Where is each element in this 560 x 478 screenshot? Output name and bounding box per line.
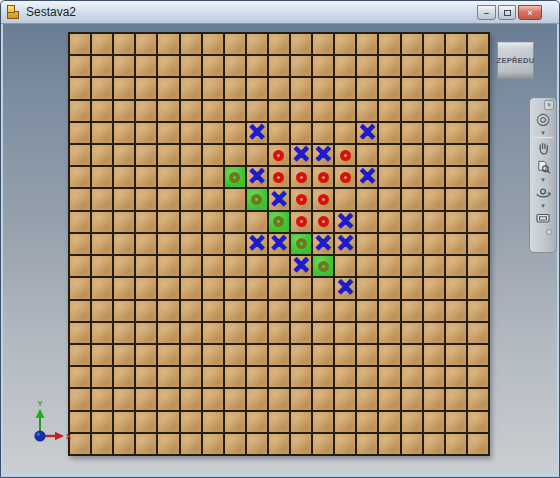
cell-r7-c0[interactable]	[70, 189, 90, 209]
cell-r6-c8[interactable]: ×	[247, 167, 267, 187]
cell-r17-c4[interactable]	[158, 412, 178, 432]
cell-r6-c18[interactable]	[468, 167, 488, 187]
cell-r15-c14[interactable]	[379, 367, 399, 387]
model-viewport[interactable]: ×××××××××××××× ZEPŘEDU × ◎ ▾	[3, 24, 557, 474]
cell-r3-c2[interactable]	[114, 101, 134, 121]
cell-r15-c12[interactable]	[335, 367, 355, 387]
cell-r15-c9[interactable]	[269, 367, 289, 387]
cell-r11-c16[interactable]	[424, 278, 444, 298]
cell-r14-c4[interactable]	[158, 345, 178, 365]
cell-r18-c8[interactable]	[247, 434, 267, 454]
cell-r7-c3[interactable]	[136, 189, 156, 209]
cell-r15-c2[interactable]	[114, 367, 134, 387]
cell-r14-c7[interactable]	[225, 345, 245, 365]
cell-r2-c10[interactable]	[291, 78, 311, 98]
cell-r11-c8[interactable]	[247, 278, 267, 298]
cell-r0-c17[interactable]	[446, 34, 466, 54]
cell-r11-c1[interactable]	[92, 278, 112, 298]
cell-r4-c8[interactable]: ×	[247, 123, 267, 143]
cell-r14-c2[interactable]	[114, 345, 134, 365]
cell-r14-c1[interactable]	[92, 345, 112, 365]
cell-r0-c0[interactable]	[70, 34, 90, 54]
cell-r10-c5[interactable]	[181, 256, 201, 276]
cell-r8-c17[interactable]	[446, 212, 466, 232]
cell-r2-c18[interactable]	[468, 78, 488, 98]
pan-button[interactable]	[532, 139, 554, 157]
cell-r10-c9[interactable]	[269, 256, 289, 276]
cell-r4-c3[interactable]	[136, 123, 156, 143]
cell-r10-c15[interactable]	[402, 256, 422, 276]
cell-r16-c5[interactable]	[181, 389, 201, 409]
cell-r3-c3[interactable]	[136, 101, 156, 121]
cell-r9-c4[interactable]	[158, 234, 178, 254]
cell-r6-c9[interactable]	[269, 167, 289, 187]
cell-r10-c14[interactable]	[379, 256, 399, 276]
cell-r11-c3[interactable]	[136, 278, 156, 298]
cell-r8-c4[interactable]	[158, 212, 178, 232]
cell-r2-c0[interactable]	[70, 78, 90, 98]
cell-r2-c12[interactable]	[335, 78, 355, 98]
cell-r4-c18[interactable]	[468, 123, 488, 143]
cell-r6-c4[interactable]	[158, 167, 178, 187]
cell-r18-c14[interactable]	[379, 434, 399, 454]
cell-r3-c5[interactable]	[181, 101, 201, 121]
cell-r1-c3[interactable]	[136, 56, 156, 76]
cell-r6-c11[interactable]	[313, 167, 333, 187]
cell-r9-c6[interactable]	[203, 234, 223, 254]
cell-r7-c9[interactable]: ×	[269, 189, 289, 209]
cell-r13-c10[interactable]	[291, 323, 311, 343]
cell-r16-c0[interactable]	[70, 389, 90, 409]
cell-r2-c9[interactable]	[269, 78, 289, 98]
cell-r16-c8[interactable]	[247, 389, 267, 409]
cell-r1-c10[interactable]	[291, 56, 311, 76]
cell-r0-c18[interactable]	[468, 34, 488, 54]
cell-r16-c14[interactable]	[379, 389, 399, 409]
cell-r11-c13[interactable]	[357, 278, 377, 298]
cell-r3-c16[interactable]	[424, 101, 444, 121]
cell-r14-c6[interactable]	[203, 345, 223, 365]
cell-r18-c18[interactable]	[468, 434, 488, 454]
cell-r0-c4[interactable]	[158, 34, 178, 54]
cell-r17-c9[interactable]	[269, 412, 289, 432]
cell-r17-c15[interactable]	[402, 412, 422, 432]
cell-r17-c13[interactable]	[357, 412, 377, 432]
cell-r8-c12[interactable]: ×	[335, 212, 355, 232]
cell-r1-c0[interactable]	[70, 56, 90, 76]
cell-r0-c8[interactable]	[247, 34, 267, 54]
cell-r9-c17[interactable]	[446, 234, 466, 254]
cell-r5-c18[interactable]	[468, 145, 488, 165]
cell-r11-c5[interactable]	[181, 278, 201, 298]
cell-r12-c17[interactable]	[446, 301, 466, 321]
cell-r16-c7[interactable]	[225, 389, 245, 409]
cell-r11-c11[interactable]	[313, 278, 333, 298]
cell-r12-c10[interactable]	[291, 301, 311, 321]
cell-r11-c10[interactable]	[291, 278, 311, 298]
cell-r16-c6[interactable]	[203, 389, 223, 409]
cell-r0-c9[interactable]	[269, 34, 289, 54]
cell-r10-c12[interactable]	[335, 256, 355, 276]
cell-r13-c4[interactable]	[158, 323, 178, 343]
cell-r5-c6[interactable]	[203, 145, 223, 165]
cell-r13-c13[interactable]	[357, 323, 377, 343]
cell-r17-c3[interactable]	[136, 412, 156, 432]
cell-r5-c5[interactable]	[181, 145, 201, 165]
cell-r11-c6[interactable]	[203, 278, 223, 298]
cell-r1-c16[interactable]	[424, 56, 444, 76]
cell-r4-c1[interactable]	[92, 123, 112, 143]
cell-r4-c14[interactable]	[379, 123, 399, 143]
cell-r7-c10[interactable]	[291, 189, 311, 209]
cell-r15-c5[interactable]	[181, 367, 201, 387]
cell-r13-c3[interactable]	[136, 323, 156, 343]
cell-r6-c6[interactable]	[203, 167, 223, 187]
cell-r3-c1[interactable]	[92, 101, 112, 121]
cell-r14-c9[interactable]	[269, 345, 289, 365]
cell-r5-c17[interactable]	[446, 145, 466, 165]
cell-r1-c5[interactable]	[181, 56, 201, 76]
cell-r18-c7[interactable]	[225, 434, 245, 454]
cell-r8-c16[interactable]	[424, 212, 444, 232]
cell-r0-c11[interactable]	[313, 34, 333, 54]
cell-r2-c6[interactable]	[203, 78, 223, 98]
navbar-expand-handle[interactable]	[546, 229, 552, 235]
cell-r8-c13[interactable]	[357, 212, 377, 232]
cell-r16-c3[interactable]	[136, 389, 156, 409]
cell-r15-c0[interactable]	[70, 367, 90, 387]
cell-r1-c1[interactable]	[92, 56, 112, 76]
cell-r13-c12[interactable]	[335, 323, 355, 343]
cell-r10-c10[interactable]: ×	[291, 256, 311, 276]
cell-r7-c13[interactable]	[357, 189, 377, 209]
cell-r3-c14[interactable]	[379, 101, 399, 121]
cell-r9-c5[interactable]	[181, 234, 201, 254]
cell-r8-c15[interactable]	[402, 212, 422, 232]
cell-r18-c6[interactable]	[203, 434, 223, 454]
cell-r8-c3[interactable]	[136, 212, 156, 232]
cell-r4-c15[interactable]	[402, 123, 422, 143]
cell-r7-c7[interactable]	[225, 189, 245, 209]
cell-r9-c0[interactable]	[70, 234, 90, 254]
cell-r4-c17[interactable]	[446, 123, 466, 143]
cell-r3-c11[interactable]	[313, 101, 333, 121]
cell-r18-c17[interactable]	[446, 434, 466, 454]
cell-r15-c15[interactable]	[402, 367, 422, 387]
cell-r13-c0[interactable]	[70, 323, 90, 343]
cell-r0-c7[interactable]	[225, 34, 245, 54]
cell-r18-c16[interactable]	[424, 434, 444, 454]
cell-r3-c0[interactable]	[70, 101, 90, 121]
cell-r6-c10[interactable]	[291, 167, 311, 187]
cell-r10-c7[interactable]	[225, 256, 245, 276]
cell-r13-c1[interactable]	[92, 323, 112, 343]
cell-r0-c5[interactable]	[181, 34, 201, 54]
cell-r9-c2[interactable]	[114, 234, 134, 254]
cell-r10-c8[interactable]	[247, 256, 267, 276]
cell-r12-c12[interactable]	[335, 301, 355, 321]
cell-r17-c12[interactable]	[335, 412, 355, 432]
cell-r11-c15[interactable]	[402, 278, 422, 298]
cell-r12-c14[interactable]	[379, 301, 399, 321]
cell-r2-c1[interactable]	[92, 78, 112, 98]
cell-r2-c16[interactable]	[424, 78, 444, 98]
cell-r15-c13[interactable]	[357, 367, 377, 387]
cell-r2-c15[interactable]	[402, 78, 422, 98]
cell-r4-c10[interactable]	[291, 123, 311, 143]
view-cube[interactable]: ZEPŘEDU	[497, 42, 534, 79]
cell-r1-c14[interactable]	[379, 56, 399, 76]
cell-r0-c10[interactable]	[291, 34, 311, 54]
cell-r15-c1[interactable]	[92, 367, 112, 387]
minimize-button[interactable]: –	[477, 5, 496, 20]
cell-r17-c17[interactable]	[446, 412, 466, 432]
cell-r0-c12[interactable]	[335, 34, 355, 54]
cell-r3-c15[interactable]	[402, 101, 422, 121]
cell-r0-c1[interactable]	[92, 34, 112, 54]
cell-r2-c14[interactable]	[379, 78, 399, 98]
cell-r8-c14[interactable]	[379, 212, 399, 232]
cell-r14-c0[interactable]	[70, 345, 90, 365]
cell-r16-c2[interactable]	[114, 389, 134, 409]
cell-r17-c2[interactable]	[114, 412, 134, 432]
cell-r3-c7[interactable]	[225, 101, 245, 121]
cell-r9-c13[interactable]	[357, 234, 377, 254]
cell-r2-c3[interactable]	[136, 78, 156, 98]
cell-r3-c6[interactable]	[203, 101, 223, 121]
cell-r10-c18[interactable]	[468, 256, 488, 276]
cell-r12-c9[interactable]	[269, 301, 289, 321]
cell-r18-c0[interactable]	[70, 434, 90, 454]
cell-r4-c6[interactable]	[203, 123, 223, 143]
cell-r4-c16[interactable]	[424, 123, 444, 143]
cell-r14-c3[interactable]	[136, 345, 156, 365]
cell-r13-c17[interactable]	[446, 323, 466, 343]
cell-r1-c17[interactable]	[446, 56, 466, 76]
cell-r8-c5[interactable]	[181, 212, 201, 232]
cell-r12-c4[interactable]	[158, 301, 178, 321]
cell-r9-c1[interactable]	[92, 234, 112, 254]
cell-r8-c7[interactable]	[225, 212, 245, 232]
cell-r17-c16[interactable]	[424, 412, 444, 432]
cell-r18-c4[interactable]	[158, 434, 178, 454]
cell-r5-c0[interactable]	[70, 145, 90, 165]
cell-r16-c10[interactable]	[291, 389, 311, 409]
cell-r17-c11[interactable]	[313, 412, 333, 432]
cell-r4-c2[interactable]	[114, 123, 134, 143]
cell-r8-c0[interactable]	[70, 212, 90, 232]
cell-r7-c18[interactable]	[468, 189, 488, 209]
cell-r3-c12[interactable]	[335, 101, 355, 121]
cell-r18-c1[interactable]	[92, 434, 112, 454]
cell-r16-c17[interactable]	[446, 389, 466, 409]
cell-r6-c1[interactable]	[92, 167, 112, 187]
cell-r2-c4[interactable]	[158, 78, 178, 98]
cell-r10-c11[interactable]	[313, 256, 333, 276]
cell-r14-c12[interactable]	[335, 345, 355, 365]
cell-r9-c18[interactable]	[468, 234, 488, 254]
cell-r4-c4[interactable]	[158, 123, 178, 143]
cell-r16-c15[interactable]	[402, 389, 422, 409]
cell-r5-c2[interactable]	[114, 145, 134, 165]
cell-r7-c12[interactable]	[335, 189, 355, 209]
cell-r13-c7[interactable]	[225, 323, 245, 343]
cell-r8-c6[interactable]	[203, 212, 223, 232]
cell-r10-c0[interactable]	[70, 256, 90, 276]
cell-r5-c12[interactable]	[335, 145, 355, 165]
cell-r9-c7[interactable]	[225, 234, 245, 254]
cell-r13-c15[interactable]	[402, 323, 422, 343]
navbar-close-button[interactable]: ×	[544, 100, 554, 110]
cell-r0-c15[interactable]	[402, 34, 422, 54]
cell-r10-c16[interactable]	[424, 256, 444, 276]
cell-r10-c3[interactable]	[136, 256, 156, 276]
cell-r5-c11[interactable]: ×	[313, 145, 333, 165]
cell-r10-c13[interactable]	[357, 256, 377, 276]
cell-r12-c1[interactable]	[92, 301, 112, 321]
cell-r14-c15[interactable]	[402, 345, 422, 365]
cell-r16-c18[interactable]	[468, 389, 488, 409]
cell-r3-c4[interactable]	[158, 101, 178, 121]
cell-r1-c6[interactable]	[203, 56, 223, 76]
cell-r1-c4[interactable]	[158, 56, 178, 76]
cell-r18-c9[interactable]	[269, 434, 289, 454]
cell-r3-c17[interactable]	[446, 101, 466, 121]
cell-r11-c18[interactable]	[468, 278, 488, 298]
cell-r14-c11[interactable]	[313, 345, 333, 365]
cell-r12-c11[interactable]	[313, 301, 333, 321]
look-at-button[interactable]	[532, 209, 554, 227]
cell-r4-c7[interactable]	[225, 123, 245, 143]
cell-r1-c7[interactable]	[225, 56, 245, 76]
cell-r15-c17[interactable]	[446, 367, 466, 387]
cell-r10-c2[interactable]	[114, 256, 134, 276]
cell-r18-c13[interactable]	[357, 434, 377, 454]
cell-r5-c10[interactable]: ×	[291, 145, 311, 165]
cell-r16-c16[interactable]	[424, 389, 444, 409]
cell-r6-c12[interactable]	[335, 167, 355, 187]
cell-r5-c4[interactable]	[158, 145, 178, 165]
cell-r13-c11[interactable]	[313, 323, 333, 343]
cell-r8-c1[interactable]	[92, 212, 112, 232]
cell-r9-c3[interactable]	[136, 234, 156, 254]
cell-r7-c16[interactable]	[424, 189, 444, 209]
cell-r12-c5[interactable]	[181, 301, 201, 321]
cell-r15-c10[interactable]	[291, 367, 311, 387]
cell-r15-c3[interactable]	[136, 367, 156, 387]
orbit-button[interactable]	[532, 183, 554, 201]
cell-r12-c0[interactable]	[70, 301, 90, 321]
cell-r4-c11[interactable]	[313, 123, 333, 143]
cell-r7-c11[interactable]	[313, 189, 333, 209]
cell-r7-c5[interactable]	[181, 189, 201, 209]
steering-wheel-dropdown[interactable]: ▾	[532, 128, 554, 136]
cell-r10-c17[interactable]	[446, 256, 466, 276]
cell-r2-c2[interactable]	[114, 78, 134, 98]
cell-r8-c2[interactable]	[114, 212, 134, 232]
cell-r3-c10[interactable]	[291, 101, 311, 121]
cell-r5-c8[interactable]	[247, 145, 267, 165]
cell-r4-c12[interactable]	[335, 123, 355, 143]
cell-r18-c12[interactable]	[335, 434, 355, 454]
cell-r7-c15[interactable]	[402, 189, 422, 209]
cell-r8-c11[interactable]	[313, 212, 333, 232]
cell-r6-c3[interactable]	[136, 167, 156, 187]
cell-r12-c18[interactable]	[468, 301, 488, 321]
cell-r7-c2[interactable]	[114, 189, 134, 209]
cell-r17-c8[interactable]	[247, 412, 267, 432]
cell-r1-c15[interactable]	[402, 56, 422, 76]
cell-r8-c10[interactable]	[291, 212, 311, 232]
cell-r2-c17[interactable]	[446, 78, 466, 98]
cell-r17-c5[interactable]	[181, 412, 201, 432]
cell-r15-c16[interactable]	[424, 367, 444, 387]
cell-r17-c18[interactable]	[468, 412, 488, 432]
cell-r3-c9[interactable]	[269, 101, 289, 121]
cell-r11-c9[interactable]	[269, 278, 289, 298]
cell-r13-c9[interactable]	[269, 323, 289, 343]
cell-r5-c16[interactable]	[424, 145, 444, 165]
cell-r7-c14[interactable]	[379, 189, 399, 209]
cell-r0-c14[interactable]	[379, 34, 399, 54]
cell-r14-c16[interactable]	[424, 345, 444, 365]
cell-r16-c12[interactable]	[335, 389, 355, 409]
cell-r4-c0[interactable]	[70, 123, 90, 143]
cell-r14-c8[interactable]	[247, 345, 267, 365]
cell-r12-c15[interactable]	[402, 301, 422, 321]
cell-r2-c7[interactable]	[225, 78, 245, 98]
cell-r0-c2[interactable]	[114, 34, 134, 54]
cell-r17-c0[interactable]	[70, 412, 90, 432]
cell-r9-c15[interactable]	[402, 234, 422, 254]
cell-r15-c11[interactable]	[313, 367, 333, 387]
cell-r5-c9[interactable]	[269, 145, 289, 165]
cell-r9-c11[interactable]: ×	[313, 234, 333, 254]
cell-r18-c15[interactable]	[402, 434, 422, 454]
cell-r14-c18[interactable]	[468, 345, 488, 365]
cell-r2-c13[interactable]	[357, 78, 377, 98]
cell-r14-c5[interactable]	[181, 345, 201, 365]
cell-r8-c9[interactable]	[269, 212, 289, 232]
restore-button[interactable]	[498, 5, 516, 20]
cell-r12-c13[interactable]	[357, 301, 377, 321]
cell-r14-c14[interactable]	[379, 345, 399, 365]
cell-r3-c13[interactable]	[357, 101, 377, 121]
cell-r17-c14[interactable]	[379, 412, 399, 432]
cell-r16-c13[interactable]	[357, 389, 377, 409]
cell-r18-c11[interactable]	[313, 434, 333, 454]
cell-r17-c10[interactable]	[291, 412, 311, 432]
cell-r2-c11[interactable]	[313, 78, 333, 98]
zoom-dropdown[interactable]: ▾	[532, 175, 554, 183]
cell-r9-c14[interactable]	[379, 234, 399, 254]
cell-r7-c17[interactable]	[446, 189, 466, 209]
cell-r5-c15[interactable]	[402, 145, 422, 165]
cell-r12-c7[interactable]	[225, 301, 245, 321]
cell-r2-c8[interactable]	[247, 78, 267, 98]
cell-r14-c10[interactable]	[291, 345, 311, 365]
cell-r4-c9[interactable]	[269, 123, 289, 143]
cell-r6-c13[interactable]: ×	[357, 167, 377, 187]
cell-r5-c1[interactable]	[92, 145, 112, 165]
cell-r13-c6[interactable]	[203, 323, 223, 343]
cell-r16-c4[interactable]	[158, 389, 178, 409]
cell-r5-c13[interactable]	[357, 145, 377, 165]
cell-r12-c3[interactable]	[136, 301, 156, 321]
cell-r16-c1[interactable]	[92, 389, 112, 409]
title-bar[interactable]: Sestava2 – ×	[1, 1, 559, 24]
cell-r9-c9[interactable]: ×	[269, 234, 289, 254]
